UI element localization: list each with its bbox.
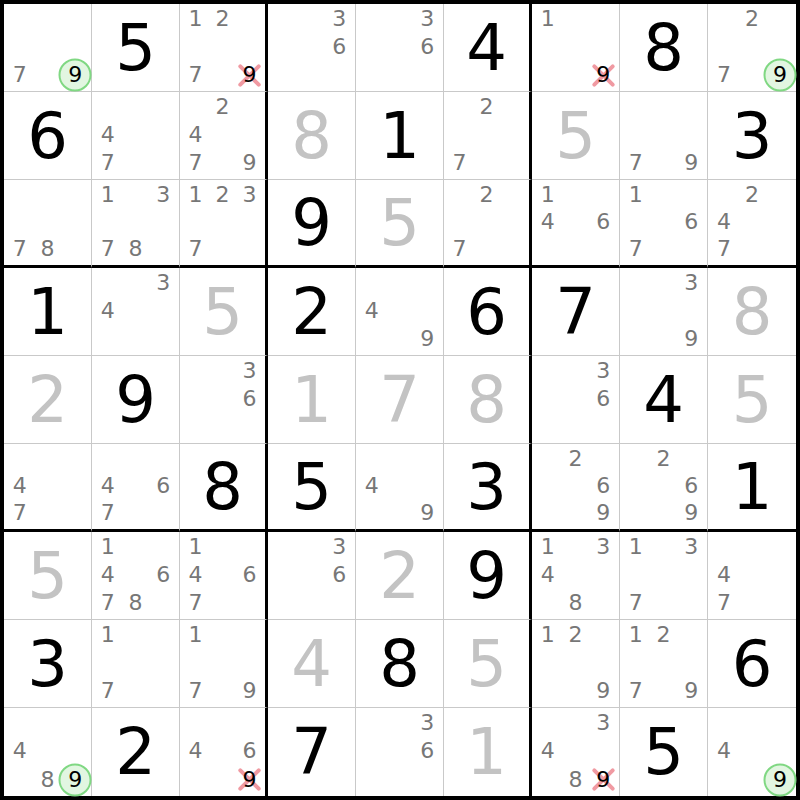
cell-r8c4[interactable]: 4	[268, 620, 356, 708]
cell-r2c7[interactable]: 5	[532, 92, 620, 180]
given-digit: 6	[444, 268, 529, 355]
candidate-digit: 6	[243, 740, 257, 762]
candidate-3[interactable]: 3	[413, 709, 441, 737]
empty-slot	[650, 93, 678, 121]
candidate-6[interactable]: 6	[589, 208, 617, 235]
cell-r8c3[interactable]: 179	[180, 620, 268, 708]
candidate-6[interactable]: 6	[236, 737, 263, 765]
candidate-9[interactable]: 9	[677, 325, 705, 353]
candidate-digit: 1	[541, 8, 555, 30]
empty-slot	[677, 121, 705, 149]
candidate-8[interactable]: 8	[122, 589, 150, 617]
empty-slot	[122, 297, 150, 325]
cell-r6c6[interactable]: 3	[444, 444, 532, 532]
candidate-9[interactable]: 9	[677, 677, 705, 705]
candidate-3[interactable]: 3	[236, 357, 263, 385]
empty-slot	[386, 5, 414, 33]
candidate-4[interactable]: 4	[358, 297, 386, 325]
candidate-1[interactable]: 1	[622, 533, 650, 561]
candidate-7[interactable]: 7	[710, 61, 738, 89]
cell-r4c9[interactable]: 8	[708, 268, 796, 356]
cell-r8c5[interactable]: 8	[356, 620, 444, 708]
candidate-9[interactable]: 9	[236, 61, 263, 89]
empty-slot	[94, 93, 122, 121]
cell-r1c4[interactable]: 36	[268, 4, 356, 92]
candidate-digit: 7	[453, 152, 467, 174]
empty-slot	[650, 325, 678, 353]
cell-r7c3[interactable]: 1467	[180, 532, 268, 620]
candidate-9[interactable]: 9	[589, 500, 617, 527]
candidate-7[interactable]: 7	[446, 149, 473, 177]
empty-slot	[534, 649, 562, 677]
candidate-digit: 3	[596, 536, 610, 558]
candidate-6[interactable]: 6	[413, 33, 441, 61]
empty-slot	[6, 181, 34, 208]
given-digit: 3	[4, 620, 91, 707]
candidate-digit: 7	[629, 152, 643, 174]
candidate-2[interactable]: 2	[738, 5, 766, 33]
candidate-digit: 4	[541, 740, 555, 762]
candidate-3[interactable]: 3	[677, 269, 705, 297]
candidate-3[interactable]: 3	[589, 357, 617, 385]
empty-slot	[236, 589, 263, 617]
empty-slot	[386, 737, 414, 765]
empty-slot	[738, 33, 766, 61]
empty-slot	[209, 208, 236, 235]
candidate-3[interactable]: 3	[149, 181, 177, 208]
candidate-grid: 79	[6, 5, 89, 89]
cell-r6c9[interactable]: 1	[708, 444, 796, 532]
candidate-7[interactable]: 7	[94, 500, 122, 527]
cell-r7c7[interactable]: 1348	[532, 532, 620, 620]
candidate-3[interactable]: 3	[325, 5, 353, 33]
cell-r2c8[interactable]: 79	[620, 92, 708, 180]
empty-slot	[677, 649, 705, 677]
empty-slot	[562, 357, 590, 385]
empty-slot	[325, 589, 353, 617]
cell-r7c1[interactable]: 5	[4, 532, 92, 620]
candidate-digit: 6	[243, 388, 257, 410]
candidate-4[interactable]: 4	[710, 737, 738, 765]
cell-r4c4[interactable]: 2	[268, 268, 356, 356]
candidate-grid: 129	[534, 621, 617, 705]
candidate-7[interactable]: 7	[94, 589, 122, 617]
candidate-7[interactable]: 7	[446, 236, 473, 263]
empty-slot	[386, 61, 414, 89]
cell-r3c2[interactable]: 1378	[92, 180, 180, 268]
cell-r8c1[interactable]: 3	[4, 620, 92, 708]
empty-slot	[209, 621, 236, 649]
cell-r3c3[interactable]: 1237	[180, 180, 268, 268]
candidate-1[interactable]: 1	[622, 621, 650, 649]
candidate-7[interactable]: 7	[6, 61, 34, 89]
empty-slot	[34, 33, 62, 61]
cell-r8c7[interactable]: 129	[532, 620, 620, 708]
empty-slot	[710, 766, 738, 794]
cell-r2c2[interactable]: 47	[92, 92, 180, 180]
cell-r1c3[interactable]: 1279	[180, 4, 268, 92]
candidate-3[interactable]: 3	[589, 533, 617, 561]
cell-r5c4[interactable]: 1	[268, 356, 356, 444]
candidate-digit: 6	[243, 564, 257, 586]
candidate-6[interactable]: 6	[149, 561, 177, 589]
cell-r2c9[interactable]: 3	[708, 92, 796, 180]
candidate-digit: 1	[189, 536, 203, 558]
candidate-digit: 9	[420, 502, 434, 524]
candidate-digit: 8	[568, 769, 582, 791]
candidate-1[interactable]: 1	[182, 533, 209, 561]
candidate-grid: 1237	[182, 181, 263, 263]
cell-r1c6[interactable]: 4	[444, 4, 532, 92]
empty-slot	[710, 709, 738, 737]
empty-slot	[236, 5, 263, 33]
cell-r9c3[interactable]: 469	[180, 708, 268, 796]
candidate-digit: 4	[365, 300, 379, 322]
candidate-grid: 27	[446, 93, 527, 177]
candidate-digit: 2	[568, 624, 582, 646]
empty-slot	[122, 561, 150, 589]
candidate-4[interactable]: 4	[94, 297, 122, 325]
candidate-7[interactable]: 7	[622, 236, 650, 263]
candidate-8[interactable]: 8	[34, 236, 62, 263]
candidate-2[interactable]: 2	[209, 181, 236, 208]
candidate-9[interactable]: 9	[61, 61, 89, 89]
candidate-1[interactable]: 1	[94, 181, 122, 208]
cell-r3c6[interactable]: 27	[444, 180, 532, 268]
candidate-6[interactable]: 6	[413, 737, 441, 765]
candidate-8[interactable]: 8	[34, 766, 62, 794]
cell-r6c2[interactable]: 467	[92, 444, 180, 532]
candidate-grid: 489	[6, 709, 89, 794]
cell-r1c2[interactable]: 5	[92, 4, 180, 92]
candidate-9[interactable]: 9	[236, 677, 263, 705]
cell-r1c9[interactable]: 279	[708, 4, 796, 92]
cell-r9c6[interactable]: 1	[444, 708, 532, 796]
candidate-7[interactable]: 7	[94, 236, 122, 263]
given-digit: 1	[4, 268, 91, 355]
candidate-7[interactable]: 7	[6, 236, 34, 263]
candidate-7[interactable]: 7	[182, 589, 209, 617]
cell-r5c1[interactable]: 2	[4, 356, 92, 444]
empty-slot	[182, 766, 209, 794]
cell-r2c1[interactable]: 6	[4, 92, 92, 180]
cell-r1c7[interactable]: 19	[532, 4, 620, 92]
empty-slot	[622, 121, 650, 149]
cell-r4c2[interactable]: 34	[92, 268, 180, 356]
empty-slot	[766, 33, 794, 61]
cell-r4c7[interactable]: 7	[532, 268, 620, 356]
candidate-6[interactable]: 6	[589, 385, 617, 413]
cell-r4c3[interactable]: 5	[180, 268, 268, 356]
candidate-2[interactable]: 2	[209, 93, 236, 121]
solved-digit: 1	[444, 708, 529, 796]
candidate-6[interactable]: 6	[325, 561, 353, 589]
cell-r7c8[interactable]: 137	[620, 532, 708, 620]
candidate-2[interactable]: 2	[738, 181, 766, 208]
solved-digit: 5	[4, 532, 91, 619]
cell-r5c6[interactable]: 8	[444, 356, 532, 444]
candidate-digit: 9	[243, 769, 257, 791]
candidate-7[interactable]: 7	[94, 677, 122, 705]
empty-slot	[149, 325, 177, 353]
candidate-1[interactable]: 1	[94, 533, 122, 561]
empty-slot	[738, 561, 766, 589]
cell-r3c4[interactable]: 9	[268, 180, 356, 268]
cell-r2c6[interactable]: 27	[444, 92, 532, 180]
candidate-digit: 1	[541, 624, 555, 646]
cell-r6c8[interactable]: 269	[620, 444, 708, 532]
empty-slot	[677, 621, 705, 649]
candidate-9[interactable]: 9	[677, 500, 705, 527]
cell-r5c7[interactable]: 36	[532, 356, 620, 444]
empty-slot	[61, 181, 89, 208]
empty-slot	[122, 445, 150, 472]
empty-slot	[34, 500, 62, 527]
cell-r5c3[interactable]: 36	[180, 356, 268, 444]
candidate-9[interactable]: 9	[236, 766, 263, 794]
empty-slot	[534, 766, 562, 794]
candidate-7[interactable]: 7	[182, 236, 209, 263]
cell-r4c5[interactable]: 49	[356, 268, 444, 356]
given-digit: 7	[268, 708, 355, 796]
candidate-3[interactable]: 3	[325, 533, 353, 561]
cell-r5c5[interactable]: 7	[356, 356, 444, 444]
cell-r7c4[interactable]: 36	[268, 532, 356, 620]
candidate-1[interactable]: 1	[534, 533, 562, 561]
cell-r9c7[interactable]: 3489	[532, 708, 620, 796]
candidate-7[interactable]: 7	[710, 589, 738, 617]
cell-r9c1[interactable]: 489	[4, 708, 92, 796]
candidate-6[interactable]: 6	[325, 33, 353, 61]
empty-slot	[562, 709, 590, 737]
candidate-4[interactable]: 4	[94, 121, 122, 149]
candidate-digit: 6	[596, 211, 610, 233]
candidate-7[interactable]: 7	[182, 677, 209, 705]
cell-r7c9[interactable]: 47	[708, 532, 796, 620]
candidate-4[interactable]: 4	[6, 472, 34, 499]
cell-r9c4[interactable]: 7	[268, 708, 356, 796]
candidate-9[interactable]: 9	[61, 766, 89, 794]
candidate-7[interactable]: 7	[182, 149, 209, 177]
candidate-1[interactable]: 1	[182, 621, 209, 649]
candidate-9[interactable]: 9	[589, 766, 617, 794]
cell-r8c8[interactable]: 1279	[620, 620, 708, 708]
candidate-4[interactable]: 4	[6, 737, 34, 765]
candidate-4[interactable]: 4	[358, 472, 386, 499]
cell-r4c6[interactable]: 6	[444, 268, 532, 356]
empty-slot	[358, 709, 386, 737]
empty-slot	[766, 181, 794, 208]
candidate-2[interactable]: 2	[473, 93, 500, 121]
candidate-7[interactable]: 7	[710, 236, 738, 263]
candidate-digit: 9	[243, 152, 257, 174]
empty-slot	[650, 149, 678, 177]
candidate-4[interactable]: 4	[710, 208, 738, 235]
empty-slot	[677, 181, 705, 208]
empty-slot	[236, 93, 263, 121]
candidate-4[interactable]: 4	[534, 208, 562, 235]
cell-r4c1[interactable]: 1	[4, 268, 92, 356]
cell-r7c6[interactable]: 9	[444, 532, 532, 620]
candidate-grid: 27	[446, 181, 527, 263]
empty-slot	[562, 181, 590, 208]
cell-r3c9[interactable]: 247	[708, 180, 796, 268]
empty-slot	[358, 445, 386, 472]
cell-r5c9[interactable]: 5	[708, 356, 796, 444]
empty-slot	[473, 208, 500, 235]
candidate-digit: 2	[568, 448, 582, 470]
candidate-6[interactable]: 6	[236, 561, 263, 589]
candidate-digit: 3	[332, 536, 346, 558]
candidate-3[interactable]: 3	[589, 709, 617, 737]
candidate-3[interactable]: 3	[149, 269, 177, 297]
candidate-9[interactable]: 9	[589, 677, 617, 705]
candidate-6[interactable]: 6	[677, 208, 705, 235]
candidate-9[interactable]: 9	[766, 766, 794, 794]
cell-r2c5[interactable]: 1	[356, 92, 444, 180]
candidate-digit: 4	[189, 740, 203, 762]
candidate-8[interactable]: 8	[122, 236, 150, 263]
cell-r1c5[interactable]: 36	[356, 4, 444, 92]
candidate-digit: 4	[101, 300, 115, 322]
cell-r6c1[interactable]: 47	[4, 444, 92, 532]
empty-slot	[738, 737, 766, 765]
candidate-8[interactable]: 8	[562, 589, 590, 617]
cell-r5c2[interactable]: 9	[92, 356, 180, 444]
empty-slot	[325, 61, 353, 89]
candidate-1[interactable]: 1	[534, 181, 562, 208]
candidate-3[interactable]: 3	[677, 533, 705, 561]
candidate-2[interactable]: 2	[562, 621, 590, 649]
cell-r8c2[interactable]: 17	[92, 620, 180, 708]
cell-r6c4[interactable]: 5	[268, 444, 356, 532]
cell-r8c9[interactable]: 6	[708, 620, 796, 708]
empty-slot	[677, 589, 705, 617]
candidate-6[interactable]: 6	[149, 472, 177, 499]
candidate-2[interactable]: 2	[209, 5, 236, 33]
empty-slot	[61, 33, 89, 61]
candidate-4[interactable]: 4	[182, 561, 209, 589]
empty-slot	[209, 61, 236, 89]
cell-r5c8[interactable]: 4	[620, 356, 708, 444]
candidate-9[interactable]: 9	[236, 149, 263, 177]
empty-slot	[622, 445, 650, 472]
candidate-1[interactable]: 1	[534, 621, 562, 649]
candidate-2[interactable]: 2	[562, 445, 590, 472]
candidate-1[interactable]: 1	[534, 5, 562, 33]
candidate-7[interactable]: 7	[622, 149, 650, 177]
candidate-1[interactable]: 1	[182, 181, 209, 208]
candidate-4[interactable]: 4	[710, 561, 738, 589]
empty-slot	[386, 445, 414, 472]
candidate-9[interactable]: 9	[413, 325, 441, 353]
candidate-digit: 2	[216, 8, 230, 30]
candidate-4[interactable]: 4	[534, 561, 562, 589]
empty-slot	[622, 472, 650, 499]
candidate-3[interactable]: 3	[413, 5, 441, 33]
candidate-6[interactable]: 6	[236, 385, 263, 413]
cell-r2c4[interactable]: 8	[268, 92, 356, 180]
candidate-4[interactable]: 4	[94, 561, 122, 589]
cell-r3c8[interactable]: 167	[620, 180, 708, 268]
candidate-7[interactable]: 7	[182, 61, 209, 89]
candidate-4[interactable]: 4	[94, 472, 122, 499]
candidate-1[interactable]: 1	[622, 181, 650, 208]
candidate-digit: 6	[684, 475, 698, 497]
candidate-grid: 1279	[182, 5, 263, 89]
cell-r8c6[interactable]: 5	[444, 620, 532, 708]
cell-r3c7[interactable]: 146	[532, 180, 620, 268]
cell-r9c8[interactable]: 5	[620, 708, 708, 796]
empty-slot	[473, 121, 500, 149]
given-digit: 2	[268, 268, 355, 355]
candidate-7[interactable]: 7	[6, 500, 34, 527]
cell-r7c5[interactable]: 2	[356, 532, 444, 620]
candidate-4[interactable]: 4	[534, 737, 562, 765]
candidate-2[interactable]: 2	[650, 445, 678, 472]
empty-slot	[622, 93, 650, 121]
candidate-grid: 39	[622, 269, 705, 353]
candidate-digit: 3	[596, 360, 610, 382]
empty-slot	[386, 766, 414, 794]
empty-slot	[6, 445, 34, 472]
candidate-grid: 36	[358, 709, 441, 794]
empty-slot	[534, 709, 562, 737]
cell-r9c5[interactable]: 36	[356, 708, 444, 796]
cell-r3c5[interactable]: 5	[356, 180, 444, 268]
cell-r9c2[interactable]: 2	[92, 708, 180, 796]
candidate-9[interactable]: 9	[413, 500, 441, 527]
cell-r6c3[interactable]: 8	[180, 444, 268, 532]
candidate-9[interactable]: 9	[677, 149, 705, 177]
empty-slot	[534, 677, 562, 705]
cell-r1c1[interactable]: 79	[4, 4, 92, 92]
cell-r3c1[interactable]: 78	[4, 180, 92, 268]
candidate-digit: 9	[68, 64, 82, 86]
empty-slot	[61, 709, 89, 737]
candidate-digit: 3	[156, 184, 170, 206]
candidate-7[interactable]: 7	[622, 677, 650, 705]
candidate-1[interactable]: 1	[182, 5, 209, 33]
empty-slot	[122, 325, 150, 353]
cell-r1c8[interactable]: 8	[620, 4, 708, 92]
candidate-3[interactable]: 3	[236, 181, 263, 208]
candidate-9[interactable]: 9	[766, 61, 794, 89]
candidate-4[interactable]: 4	[182, 121, 209, 149]
empty-slot	[61, 472, 89, 499]
cell-r6c7[interactable]: 269	[532, 444, 620, 532]
candidate-9[interactable]: 9	[589, 61, 617, 89]
candidate-4[interactable]: 4	[182, 737, 209, 765]
candidate-8[interactable]: 8	[562, 766, 590, 794]
candidate-1[interactable]: 1	[94, 621, 122, 649]
candidate-6[interactable]: 6	[589, 472, 617, 499]
candidate-6[interactable]: 6	[677, 472, 705, 499]
cell-r9c9[interactable]: 49	[708, 708, 796, 796]
candidate-grid: 47	[710, 533, 794, 617]
cell-r7c2[interactable]: 14678	[92, 532, 180, 620]
candidate-2[interactable]: 2	[650, 621, 678, 649]
candidate-7[interactable]: 7	[622, 589, 650, 617]
empty-slot	[650, 589, 678, 617]
empty-slot	[446, 208, 473, 235]
candidate-7[interactable]: 7	[94, 149, 122, 177]
empty-slot	[677, 297, 705, 325]
candidate-2[interactable]: 2	[473, 181, 500, 208]
cell-r4c8[interactable]: 39	[620, 268, 708, 356]
cell-r2c3[interactable]: 2479	[180, 92, 268, 180]
cell-r6c5[interactable]: 49	[356, 444, 444, 532]
